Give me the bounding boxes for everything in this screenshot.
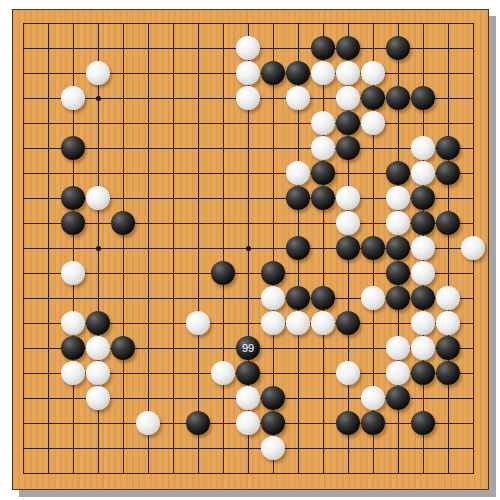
white-stone — [86, 336, 110, 360]
white-stone — [236, 86, 260, 110]
black-stone — [361, 411, 385, 435]
black-stone — [386, 86, 410, 110]
black-stone — [436, 211, 460, 235]
white-stone — [311, 111, 335, 135]
black-stone — [361, 236, 385, 260]
white-stone — [261, 436, 285, 460]
white-stone — [236, 411, 260, 435]
white-stone — [236, 386, 260, 410]
white-stone — [461, 236, 485, 260]
black-stone — [261, 386, 285, 410]
white-stone — [286, 161, 310, 185]
white-stone — [61, 261, 85, 285]
black-stone — [336, 411, 360, 435]
black-stone — [286, 236, 310, 260]
white-stone — [411, 261, 435, 285]
black-stone — [261, 411, 285, 435]
white-stone — [286, 311, 310, 335]
go-board[interactable]: 99 — [12, 9, 489, 490]
white-stone — [361, 286, 385, 310]
white-stone — [336, 361, 360, 385]
white-stone — [86, 386, 110, 410]
white-stone — [386, 361, 410, 385]
black-stone — [336, 311, 360, 335]
black-stone — [286, 61, 310, 85]
white-stone — [386, 186, 410, 210]
black-stone — [261, 61, 285, 85]
white-stone — [86, 61, 110, 85]
black-stone — [336, 36, 360, 60]
black-stone — [386, 261, 410, 285]
white-stone — [61, 361, 85, 385]
white-stone — [411, 336, 435, 360]
white-stone — [236, 61, 260, 85]
black-stone — [61, 211, 85, 235]
black-stone — [411, 286, 435, 310]
black-stone — [311, 161, 335, 185]
white-stone — [411, 311, 435, 335]
white-stone — [411, 136, 435, 160]
black-stone — [411, 411, 435, 435]
white-stone — [386, 211, 410, 235]
black-stone — [436, 361, 460, 385]
black-stone — [386, 161, 410, 185]
white-stone — [311, 61, 335, 85]
black-stone — [286, 286, 310, 310]
white-stone — [411, 161, 435, 185]
black-stone — [336, 236, 360, 260]
black-stone — [336, 136, 360, 160]
white-stone — [336, 61, 360, 85]
black-stone — [61, 336, 85, 360]
white-stone — [261, 286, 285, 310]
star-point — [246, 246, 251, 251]
white-stone — [211, 361, 235, 385]
black-stone — [386, 236, 410, 260]
star-point — [96, 96, 101, 101]
white-stone — [261, 311, 285, 335]
black-stone — [111, 336, 135, 360]
white-stone — [361, 386, 385, 410]
white-stone — [136, 411, 160, 435]
black-stone — [361, 86, 385, 110]
black-stone — [436, 136, 460, 160]
black-stone — [336, 111, 360, 135]
black-stone — [86, 311, 110, 335]
black-stone — [386, 386, 410, 410]
black-stone — [311, 286, 335, 310]
black-stone — [61, 186, 85, 210]
white-stone — [436, 286, 460, 310]
white-stone — [386, 336, 410, 360]
white-stone — [436, 311, 460, 335]
page: { "game": "go", "board": { "size": 19, "… — [0, 0, 500, 500]
black-stone — [236, 361, 260, 385]
black-stone — [411, 361, 435, 385]
white-stone — [411, 236, 435, 260]
grid-line-horizontal — [23, 448, 474, 449]
white-stone — [336, 211, 360, 235]
white-stone — [236, 36, 260, 60]
black-stone — [286, 186, 310, 210]
black-stone — [261, 261, 285, 285]
move-number-label: 99 — [242, 343, 254, 354]
white-stone — [336, 86, 360, 110]
star-point — [96, 246, 101, 251]
white-stone — [86, 361, 110, 385]
black-stone — [386, 36, 410, 60]
black-stone — [186, 411, 210, 435]
black-stone — [311, 36, 335, 60]
white-stone — [61, 311, 85, 335]
black-stone — [436, 161, 460, 185]
white-stone — [286, 86, 310, 110]
white-stone — [361, 111, 385, 135]
black-stone — [411, 86, 435, 110]
black-stone — [411, 186, 435, 210]
black-stone — [411, 211, 435, 235]
grid-line-vertical — [323, 23, 324, 474]
white-stone — [336, 186, 360, 210]
grid-line-vertical — [448, 23, 449, 474]
white-stone — [361, 61, 385, 85]
black-stone — [436, 336, 460, 360]
black-stone — [211, 261, 235, 285]
black-stone — [311, 186, 335, 210]
white-stone — [86, 186, 110, 210]
black-stone: 99 — [236, 336, 260, 360]
white-stone — [311, 311, 335, 335]
white-stone — [186, 311, 210, 335]
black-stone — [111, 211, 135, 235]
grid-line-horizontal — [23, 473, 474, 474]
white-stone — [311, 136, 335, 160]
black-stone — [386, 286, 410, 310]
white-stone — [61, 86, 85, 110]
black-stone — [61, 136, 85, 160]
